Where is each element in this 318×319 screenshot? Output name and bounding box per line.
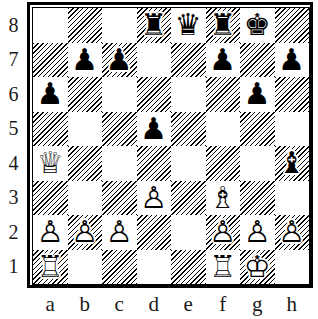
square-e2[interactable] — [171, 215, 206, 250]
square-a3[interactable] — [33, 181, 68, 216]
chess-diagram: 87654321 ♜♜♛♛♜♜♚♚♟♟♟♟♟♟♟♟♟♟♟♟♟♟♛♕♝♝♟♙♝♗♟… — [0, 0, 318, 319]
white-pawn-backing: ♟ — [206, 215, 241, 250]
rank-label-2: 2 — [0, 215, 27, 250]
file-label-h: h — [275, 291, 310, 318]
rank-label-5: 5 — [0, 112, 27, 147]
square-f1[interactable]: ♜♖ — [206, 250, 241, 285]
square-c1[interactable] — [102, 250, 137, 285]
square-a8[interactable] — [33, 8, 68, 43]
black-king-backing: ♚ — [240, 8, 275, 43]
square-e1[interactable] — [171, 250, 206, 285]
square-a5[interactable] — [33, 112, 68, 147]
square-f4[interactable] — [206, 146, 241, 181]
square-h1[interactable] — [275, 250, 310, 285]
square-h7[interactable]: ♟♟ — [275, 43, 310, 78]
file-label-c: c — [102, 291, 137, 318]
piece-white-pawn-a2: ♙ — [33, 215, 68, 250]
square-d8[interactable]: ♜♜ — [137, 8, 172, 43]
black-rook-backing: ♜ — [206, 8, 241, 43]
white-pawn-backing: ♟ — [240, 215, 275, 250]
piece-white-queen-a4: ♕ — [33, 146, 68, 181]
piece-white-pawn-h2: ♙ — [275, 215, 310, 250]
square-h4[interactable]: ♝♝ — [275, 146, 310, 181]
black-pawn-backing: ♟ — [206, 43, 241, 78]
board-frame: ♜♜♛♛♜♜♚♚♟♟♟♟♟♟♟♟♟♟♟♟♟♟♛♕♝♝♟♙♝♗♟♙♟♙♟♙♟♙♟♙… — [27, 2, 313, 288]
square-d5[interactable]: ♟♟ — [137, 112, 172, 147]
square-c5[interactable] — [102, 112, 137, 147]
piece-white-pawn-c2: ♙ — [102, 215, 137, 250]
piece-white-rook-a1: ♖ — [33, 250, 68, 285]
piece-white-pawn-f2: ♙ — [206, 215, 241, 250]
file-label-b: b — [68, 291, 103, 318]
square-e7[interactable] — [171, 43, 206, 78]
piece-black-king-g8: ♚ — [240, 8, 275, 43]
square-b7[interactable]: ♟♟ — [68, 43, 103, 78]
piece-black-pawn-c7: ♟ — [102, 43, 137, 78]
piece-white-pawn-b2: ♙ — [68, 215, 103, 250]
piece-black-pawn-d5: ♟ — [137, 112, 172, 147]
black-bishop-backing: ♝ — [275, 146, 310, 181]
square-b3[interactable] — [68, 181, 103, 216]
square-c7[interactable]: ♟♟ — [102, 43, 137, 78]
file-label-a: a — [33, 291, 68, 318]
square-a1[interactable]: ♜♖ — [33, 250, 68, 285]
square-c4[interactable] — [102, 146, 137, 181]
square-c2[interactable]: ♟♙ — [102, 215, 137, 250]
square-a4[interactable]: ♛♕ — [33, 146, 68, 181]
piece-black-bishop-h4: ♝ — [275, 146, 310, 181]
square-f5[interactable] — [206, 112, 241, 147]
piece-white-pawn-d3: ♙ — [137, 181, 172, 216]
square-b8[interactable] — [68, 8, 103, 43]
white-pawn-backing: ♟ — [275, 215, 310, 250]
rank-label-1: 1 — [0, 250, 27, 285]
file-label-e: e — [171, 291, 206, 318]
square-e4[interactable] — [171, 146, 206, 181]
piece-black-pawn-g6: ♟ — [240, 77, 275, 112]
piece-white-rook-f1: ♖ — [206, 250, 241, 285]
rank-labels: 87654321 — [0, 8, 27, 284]
square-a2[interactable]: ♟♙ — [33, 215, 68, 250]
white-pawn-backing: ♟ — [102, 215, 137, 250]
square-a6[interactable]: ♟♟ — [33, 77, 68, 112]
square-e6[interactable] — [171, 77, 206, 112]
square-h8[interactable] — [275, 8, 310, 43]
white-queen-backing: ♛ — [33, 146, 68, 181]
square-f2[interactable]: ♟♙ — [206, 215, 241, 250]
square-g8[interactable]: ♚♚ — [240, 8, 275, 43]
black-queen-backing: ♛ — [171, 8, 206, 43]
square-b2[interactable]: ♟♙ — [68, 215, 103, 250]
white-king-backing: ♚ — [240, 250, 275, 285]
square-c3[interactable] — [102, 181, 137, 216]
square-b5[interactable] — [68, 112, 103, 147]
black-pawn-backing: ♟ — [68, 43, 103, 78]
white-rook-backing: ♜ — [33, 250, 68, 285]
square-h2[interactable]: ♟♙ — [275, 215, 310, 250]
black-pawn-backing: ♟ — [102, 43, 137, 78]
file-label-g: g — [240, 291, 275, 318]
square-d2[interactable] — [137, 215, 172, 250]
black-rook-backing: ♜ — [137, 8, 172, 43]
square-b6[interactable] — [68, 77, 103, 112]
rank-label-6: 6 — [0, 77, 27, 112]
square-c6[interactable] — [102, 77, 137, 112]
square-d3[interactable]: ♟♙ — [137, 181, 172, 216]
white-rook-backing: ♜ — [206, 250, 241, 285]
square-f7[interactable]: ♟♟ — [206, 43, 241, 78]
square-d4[interactable] — [137, 146, 172, 181]
square-e3[interactable] — [171, 181, 206, 216]
square-d6[interactable] — [137, 77, 172, 112]
square-g7[interactable] — [240, 43, 275, 78]
square-g1[interactable]: ♚♔ — [240, 250, 275, 285]
square-f3[interactable]: ♝♗ — [206, 181, 241, 216]
rank-label-7: 7 — [0, 43, 27, 78]
square-e8[interactable]: ♛♛ — [171, 8, 206, 43]
square-h6[interactable] — [275, 77, 310, 112]
square-d1[interactable] — [137, 250, 172, 285]
white-pawn-backing: ♟ — [68, 215, 103, 250]
file-label-d: d — [137, 291, 172, 318]
square-b4[interactable] — [68, 146, 103, 181]
white-bishop-backing: ♝ — [206, 181, 241, 216]
piece-white-king-g1: ♔ — [240, 250, 275, 285]
white-pawn-backing: ♟ — [33, 215, 68, 250]
square-g4[interactable] — [240, 146, 275, 181]
rank-label-3: 3 — [0, 181, 27, 216]
white-pawn-backing: ♟ — [137, 181, 172, 216]
rank-label-4: 4 — [0, 146, 27, 181]
square-h3[interactable] — [275, 181, 310, 216]
piece-white-pawn-g2: ♙ — [240, 215, 275, 250]
rank-label-8: 8 — [0, 8, 27, 43]
piece-black-rook-d8: ♜ — [137, 8, 172, 43]
black-pawn-backing: ♟ — [275, 43, 310, 78]
square-a7[interactable] — [33, 43, 68, 78]
chess-board: ♜♜♛♛♜♜♚♚♟♟♟♟♟♟♟♟♟♟♟♟♟♟♛♕♝♝♟♙♝♗♟♙♟♙♟♙♟♙♟♙… — [32, 7, 310, 285]
piece-white-bishop-f3: ♗ — [206, 181, 241, 216]
piece-black-pawn-f7: ♟ — [206, 43, 241, 78]
piece-black-pawn-b7: ♟ — [68, 43, 103, 78]
square-d7[interactable] — [137, 43, 172, 78]
square-c8[interactable] — [102, 8, 137, 43]
square-g5[interactable] — [240, 112, 275, 147]
piece-black-pawn-h7: ♟ — [275, 43, 310, 78]
square-g3[interactable] — [240, 181, 275, 216]
black-pawn-backing: ♟ — [33, 77, 68, 112]
square-f6[interactable] — [206, 77, 241, 112]
square-f8[interactable]: ♜♜ — [206, 8, 241, 43]
piece-black-rook-f8: ♜ — [206, 8, 241, 43]
square-g6[interactable]: ♟♟ — [240, 77, 275, 112]
file-label-f: f — [206, 291, 241, 318]
file-labels: abcdefgh — [33, 291, 309, 318]
piece-black-queen-e8: ♛ — [171, 8, 206, 43]
square-b1[interactable] — [68, 250, 103, 285]
square-h5[interactable] — [275, 112, 310, 147]
square-e5[interactable] — [171, 112, 206, 147]
black-pawn-backing: ♟ — [137, 112, 172, 147]
piece-black-pawn-a6: ♟ — [33, 77, 68, 112]
black-pawn-backing: ♟ — [240, 77, 275, 112]
square-g2[interactable]: ♟♙ — [240, 215, 275, 250]
